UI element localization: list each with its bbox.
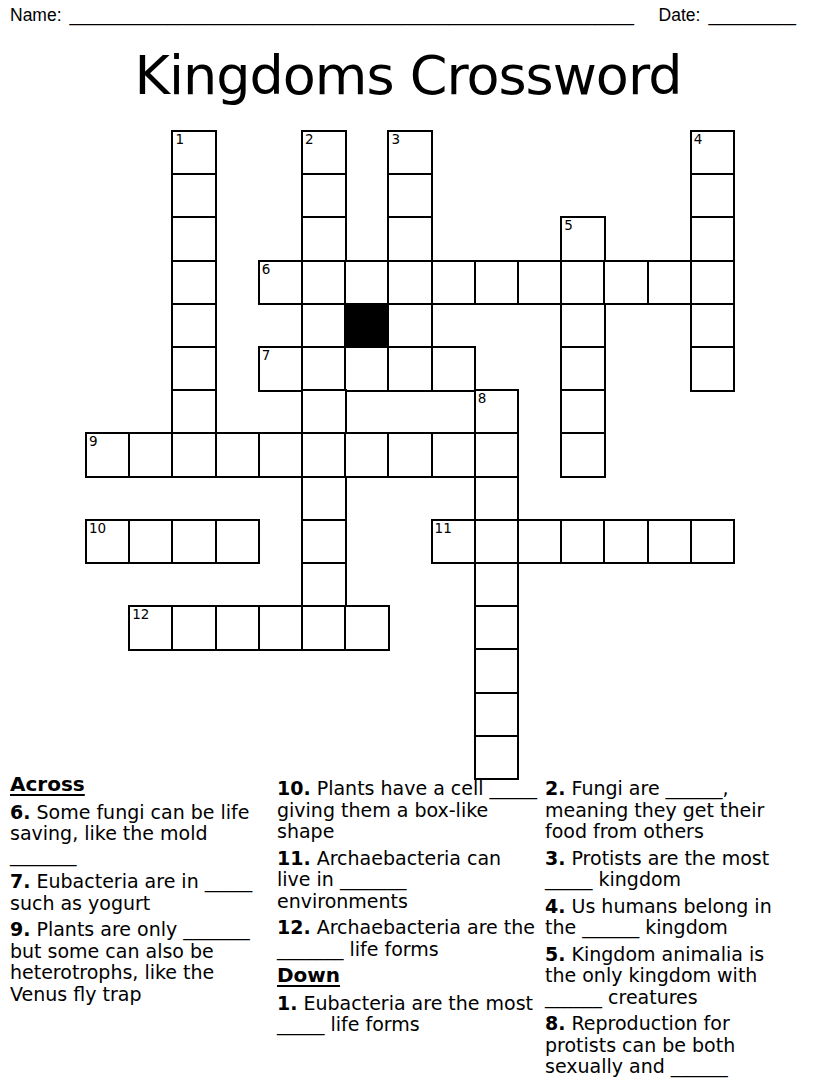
grid-cell[interactable] — [171, 260, 217, 306]
grid-cell[interactable] — [301, 389, 347, 435]
clue-number: 7. — [10, 870, 30, 892]
grid-cell[interactable] — [301, 476, 347, 522]
date-label: Date: — [659, 5, 701, 26]
grid-cell[interactable] — [690, 519, 736, 565]
clue-number: 10. — [277, 777, 311, 799]
grid-cell[interactable]: 7 — [258, 346, 304, 392]
name-blank-line[interactable]: ________________________________________… — [70, 5, 635, 26]
grid-cell[interactable] — [215, 605, 261, 651]
grid-cell[interactable] — [647, 519, 693, 565]
date-blank-line[interactable]: _________ — [708, 5, 796, 26]
grid-cell[interactable] — [128, 432, 174, 478]
cell-number: 6 — [262, 262, 271, 277]
clues-column-3: 2. Fungi are ______, meaning they get th… — [545, 778, 795, 1083]
grid-cell[interactable]: 11 — [431, 519, 477, 565]
grid-cell[interactable]: 4 — [690, 130, 736, 176]
cell-number: 9 — [89, 434, 98, 449]
grid-cell[interactable] — [560, 432, 606, 478]
grid-cell[interactable] — [474, 476, 520, 522]
grid-cell[interactable] — [560, 519, 606, 565]
grid-cell[interactable] — [344, 346, 390, 392]
grid-cell[interactable] — [301, 605, 347, 651]
grid-cell[interactable] — [474, 735, 520, 781]
clue-number: 5. — [545, 943, 565, 965]
grid-cell[interactable]: 6 — [258, 260, 304, 306]
clue-number: 2. — [545, 777, 565, 799]
worksheet-page: Name: __________________________________… — [0, 0, 816, 1083]
grid-cell[interactable] — [474, 562, 520, 608]
cell-number: 1 — [175, 132, 184, 147]
grid-cell[interactable] — [474, 692, 520, 738]
grid-cell[interactable] — [258, 605, 304, 651]
grid-cell[interactable] — [474, 432, 520, 478]
across-header: Across — [10, 774, 272, 796]
clue-number: 6. — [10, 801, 30, 823]
cell-number: 4 — [694, 132, 703, 147]
grid-cell[interactable] — [560, 389, 606, 435]
clue-number: 4. — [545, 895, 565, 917]
grid-cell[interactable] — [301, 432, 347, 478]
clues-column-2: 10. Plants have a cell _____ giving them… — [277, 778, 539, 1041]
grid-cell[interactable]: 10 — [85, 519, 131, 565]
clue-5: 5. Kingdom animalia is the only kingdom … — [545, 944, 795, 1009]
cell-number: 7 — [262, 348, 271, 363]
clue-2: 2. Fungi are ______, meaning they get th… — [545, 778, 795, 843]
cell-number: 5 — [564, 218, 573, 233]
grid-cell[interactable] — [301, 260, 347, 306]
grid-cell[interactable] — [171, 216, 217, 262]
grid-cell[interactable] — [690, 260, 736, 306]
grid-cell[interactable] — [690, 216, 736, 262]
grid-cell[interactable] — [344, 605, 390, 651]
clue-9: 9. Plants are only _______ but some can … — [10, 919, 272, 1005]
clue-1: 1. Eubacteria are the most _____ life fo… — [277, 993, 539, 1036]
grid-cell[interactable] — [387, 346, 433, 392]
grid-cell[interactable] — [474, 260, 520, 306]
grid-cell[interactable]: 12 — [128, 605, 174, 651]
grid-cell[interactable] — [517, 260, 563, 306]
down-header: Down — [277, 965, 539, 987]
grid-cell[interactable] — [387, 216, 433, 262]
grid-cell[interactable] — [690, 303, 736, 349]
grid-cell[interactable] — [690, 173, 736, 219]
clue-3: 3. Protists are the most _____ kingdom — [545, 848, 795, 891]
name-label: Name: — [10, 5, 62, 26]
grid-cell[interactable] — [301, 173, 347, 219]
cell-number: 10 — [89, 521, 106, 536]
grid-cell[interactable] — [215, 519, 261, 565]
grid-cell[interactable]: 9 — [85, 432, 131, 478]
clue-number: 9. — [10, 918, 30, 940]
grid-cell[interactable]: 8 — [474, 389, 520, 435]
grid-cell[interactable] — [431, 432, 477, 478]
grid-cell[interactable] — [215, 432, 261, 478]
clue-10: 10. Plants have a cell _____ giving them… — [277, 778, 539, 843]
clue-number: 3. — [545, 847, 565, 869]
grid-cell[interactable] — [258, 432, 304, 478]
grid-cell[interactable] — [301, 303, 347, 349]
grid-cell[interactable] — [431, 346, 477, 392]
grid-cell[interactable] — [474, 519, 520, 565]
grid-cell[interactable] — [171, 519, 217, 565]
grid-cell[interactable] — [171, 605, 217, 651]
grid-cell[interactable] — [171, 389, 217, 435]
grid-cell[interactable] — [560, 303, 606, 349]
grid-cell[interactable] — [301, 216, 347, 262]
grid-cell[interactable] — [603, 260, 649, 306]
cell-number: 2 — [305, 132, 314, 147]
grid-cell[interactable] — [128, 519, 174, 565]
grid-cell[interactable] — [344, 260, 390, 306]
grid-cell[interactable]: 1 — [171, 130, 217, 176]
grid-cell[interactable] — [387, 303, 433, 349]
grid-cell[interactable] — [171, 303, 217, 349]
grid-cell[interactable] — [560, 260, 606, 306]
grid-cell[interactable] — [647, 260, 693, 306]
clue-8: 8. Reproduction for protists can be both… — [545, 1013, 795, 1078]
clue-number: 12. — [277, 916, 311, 938]
grid-cell[interactable] — [690, 346, 736, 392]
cell-number: 11 — [435, 521, 452, 536]
clue-number: 8. — [545, 1012, 565, 1034]
clue-number: 1. — [277, 992, 297, 1014]
grid-cell[interactable] — [387, 173, 433, 219]
page-title: Kingdoms Crossword — [0, 46, 816, 105]
grid-cell[interactable] — [431, 260, 477, 306]
grid-cell[interactable] — [301, 562, 347, 608]
grid-cell[interactable] — [517, 519, 563, 565]
clue-4: 4. Us humans belong in the ______ kingdo… — [545, 896, 795, 939]
cell-number: 12 — [132, 607, 149, 622]
cell-number: 8 — [478, 391, 487, 406]
grid-cell[interactable] — [560, 346, 606, 392]
grid-cell[interactable] — [171, 173, 217, 219]
clue-12: 12. Archaebacteria are the _______ life … — [277, 917, 539, 960]
grid-cell[interactable]: 2 — [301, 130, 347, 176]
grid-cell[interactable] — [474, 605, 520, 651]
header: Name: __________________________________… — [10, 5, 796, 26]
grid-cell[interactable] — [474, 648, 520, 694]
clue-7: 7. Eubacteria are in _____ such as yogur… — [10, 871, 272, 914]
grid-cell[interactable]: 5 — [560, 216, 606, 262]
grid-cell[interactable] — [171, 432, 217, 478]
grid-cell[interactable] — [171, 346, 217, 392]
grid-cell[interactable] — [301, 519, 347, 565]
clue-number: 11. — [277, 847, 311, 869]
cell-number: 3 — [391, 132, 400, 147]
black-cell — [344, 303, 390, 349]
clue-11: 11. Archaebacteria can live in _______ e… — [277, 848, 539, 913]
crossword-grid: 123456789101112 — [85, 130, 736, 781]
grid-cell[interactable] — [387, 260, 433, 306]
grid-cell[interactable] — [387, 432, 433, 478]
clue-6: 6. Some fungi can be life saving, like t… — [10, 802, 272, 867]
grid-cell[interactable] — [603, 519, 649, 565]
clues-column-1: Across6. Some fungi can be life saving, … — [10, 774, 272, 1010]
grid-cell[interactable] — [344, 432, 390, 478]
grid-cell[interactable]: 3 — [387, 130, 433, 176]
grid-cell[interactable] — [301, 346, 347, 392]
